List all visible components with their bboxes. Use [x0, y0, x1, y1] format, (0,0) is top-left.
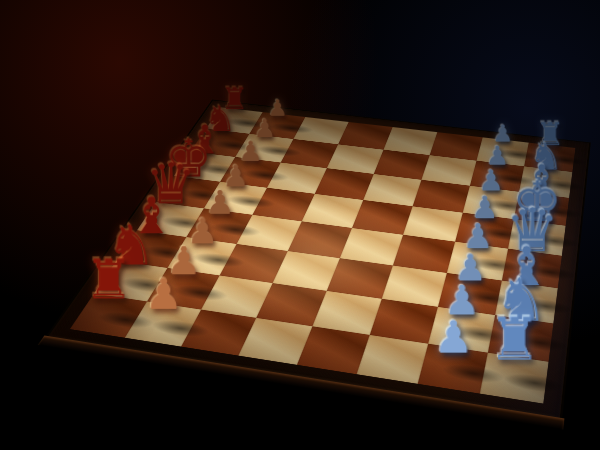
chess-board: ♜♞♝♛♚♝♞♜♟♟♟♟♟♟♟♟♟♟♟♟♟♟♟♟♜♞♝♛♚♝♞♜ [48, 101, 589, 419]
board-frame: ♜♞♝♛♚♝♞♜♟♟♟♟♟♟♟♟♟♟♟♟♟♟♟♟♜♞♝♛♚♝♞♜ [48, 101, 589, 419]
board-perspective-wrapper: ♜♞♝♛♚♝♞♜♟♟♟♟♟♟♟♟♟♟♟♟♟♟♟♟♜♞♝♛♚♝♞♜ [130, 6, 574, 450]
render-scene: ♜♞♝♛♚♝♞♜♟♟♟♟♟♟♟♟♟♟♟♟♟♟♟♟♜♞♝♛♚♝♞♜ [0, 0, 600, 450]
red-pawn-glyph: ♟ [113, 265, 214, 323]
pieces-layer: ♜♞♝♛♚♝♞♜♟♟♟♟♟♟♟♟♟♟♟♟♟♟♟♟♜♞♝♛♚♝♞♜ [48, 101, 589, 419]
blue-rook-glyph: ♜ [461, 302, 568, 377]
